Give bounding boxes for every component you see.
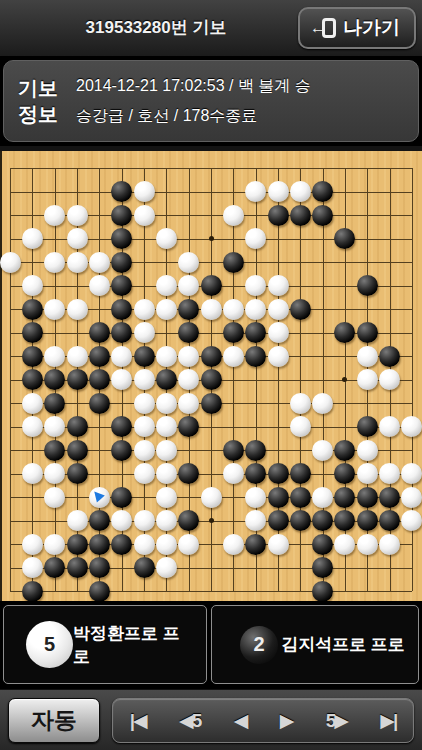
game-info-section: 기보 정보 2014-12-21 17:02:53 / 백 불계 승 승강급 /… [0, 56, 422, 146]
black-stone [44, 557, 65, 578]
white-stone [111, 369, 132, 390]
black-stone [22, 346, 43, 367]
black-stone [379, 346, 400, 367]
auto-play-button[interactable]: 자동 [8, 698, 100, 743]
black-player-panel: 2 김지석프로 프로 [211, 605, 419, 684]
white-stone [245, 181, 266, 202]
white-stone [134, 463, 155, 484]
white-stone [0, 252, 21, 273]
black-stone [201, 393, 222, 414]
black-stone [44, 440, 65, 461]
black-stone [201, 369, 222, 390]
control-bar: 자동 |◀ ◀5 ◀ ▶ 5▶ ▶| [0, 689, 422, 750]
white-stone [178, 369, 199, 390]
black-stone [312, 510, 333, 531]
white-stone [357, 346, 378, 367]
white-stone [22, 557, 43, 578]
white-stone [178, 534, 199, 555]
game-info-label: 기보 정보 [18, 75, 58, 127]
black-stone [357, 510, 378, 531]
black-stone [334, 322, 355, 343]
white-stone [111, 510, 132, 531]
nav-back5-button[interactable]: ◀5 [179, 709, 200, 732]
game-info-text: 2014-12-21 17:02:53 / 백 불계 승 승강급 / 호선 / … [76, 71, 311, 130]
white-stone [379, 416, 400, 437]
black-stone [290, 487, 311, 508]
white-stone [156, 487, 177, 508]
white-stone [379, 369, 400, 390]
game-rule-line: 승강급 / 호선 / 178수종료 [76, 101, 311, 131]
white-stone [268, 299, 289, 320]
black-stone [22, 299, 43, 320]
white-stone [44, 252, 65, 273]
black-stone [67, 463, 88, 484]
exit-door-arrow-icon: ← [314, 18, 336, 38]
white-stone [156, 393, 177, 414]
white-player-panel: 5 박정환프로 프로 [3, 605, 207, 684]
white-stone [44, 487, 65, 508]
white-stone [134, 440, 155, 461]
black-stone [357, 487, 378, 508]
white-stone [44, 346, 65, 367]
exit-button-label: 나가기 [343, 15, 400, 41]
star-point [342, 377, 347, 382]
white-stone [134, 510, 155, 531]
white-stone [379, 463, 400, 484]
black-stone [245, 463, 266, 484]
black-stone [111, 440, 132, 461]
white-stone [178, 252, 199, 273]
black-stone [178, 416, 199, 437]
black-stone [334, 510, 355, 531]
black-stone [22, 581, 43, 602]
white-stone [357, 534, 378, 555]
black-stone [22, 369, 43, 390]
black-stone [312, 557, 333, 578]
black-stone [201, 275, 222, 296]
nav-first-button[interactable]: |◀ [130, 709, 146, 732]
star-point [209, 518, 214, 523]
white-stone [22, 416, 43, 437]
white-stone [178, 346, 199, 367]
black-stone [111, 181, 132, 202]
black-stone [89, 581, 110, 602]
white-stone [223, 534, 244, 555]
white-stone [268, 275, 289, 296]
white-stone [111, 346, 132, 367]
black-stone [334, 463, 355, 484]
black-stone [111, 228, 132, 249]
white-stone [134, 393, 155, 414]
black-stone [290, 510, 311, 531]
black-stone [312, 534, 333, 555]
nav-forward-button[interactable]: ▶ [280, 709, 293, 732]
white-stone [67, 346, 88, 367]
black-stone [201, 346, 222, 367]
white-stone [223, 299, 244, 320]
white-stone [44, 299, 65, 320]
white-stone [245, 275, 266, 296]
black-stone-badge: 2 [240, 626, 278, 664]
white-stone [44, 463, 65, 484]
black-stone [89, 534, 110, 555]
black-stone [268, 510, 289, 531]
game-result-line: 2014-12-21 17:02:53 / 백 불계 승 [76, 71, 311, 101]
white-stone [22, 393, 43, 414]
player-bar: 5 박정환프로 프로 2 김지석프로 프로 [0, 601, 422, 689]
white-stone [67, 299, 88, 320]
white-stone [89, 252, 110, 273]
kifu-replay-app: { "game": "Go (Baduk) 19x19 game-record … [0, 0, 422, 750]
black-stone [111, 534, 132, 555]
white-stone [245, 299, 266, 320]
exit-button[interactable]: ← 나가기 [298, 7, 416, 49]
black-stone [245, 440, 266, 461]
white-stone [201, 487, 222, 508]
white-stone [134, 322, 155, 343]
white-stone [22, 463, 43, 484]
top-bar: 319533280번 기보 ← 나가기 [0, 0, 422, 58]
black-stone [357, 416, 378, 437]
white-stone [357, 369, 378, 390]
black-player-name: 김지석프로 프로 [281, 633, 415, 656]
black-stone [134, 557, 155, 578]
black-stone [357, 275, 378, 296]
white-stone [245, 510, 266, 531]
black-stone [357, 322, 378, 343]
white-stone [223, 463, 244, 484]
white-stone-badge: 5 [26, 621, 73, 668]
white-stone [156, 346, 177, 367]
white-stone [268, 346, 289, 367]
white-stone [357, 463, 378, 484]
white-stone [401, 487, 422, 508]
black-stone [111, 299, 132, 320]
go-board[interactable] [0, 146, 422, 601]
white-stone [22, 228, 43, 249]
grid-line-v [233, 168, 234, 591]
white-stone [156, 440, 177, 461]
page-title: 319533280번 기보 [0, 0, 312, 56]
star-point [209, 236, 214, 241]
white-stone [89, 275, 110, 296]
black-stone [178, 299, 199, 320]
white-stone [134, 416, 155, 437]
white-stone [223, 205, 244, 226]
white-stone [22, 534, 43, 555]
black-stone [223, 440, 244, 461]
white-stone [178, 393, 199, 414]
white-stone [22, 275, 43, 296]
black-stone [89, 346, 110, 367]
white-stone [290, 181, 311, 202]
black-stone [89, 369, 110, 390]
black-stone [290, 463, 311, 484]
black-stone [111, 275, 132, 296]
white-stone [134, 299, 155, 320]
white-stone [268, 322, 289, 343]
black-stone [44, 393, 65, 414]
black-stone [245, 322, 266, 343]
black-stone [223, 322, 244, 343]
black-stone [312, 181, 333, 202]
white-stone [156, 534, 177, 555]
white-stone [312, 487, 333, 508]
white-stone [134, 534, 155, 555]
white-stone [156, 463, 177, 484]
black-stone [223, 252, 244, 273]
black-stone [312, 581, 333, 602]
black-stone [44, 369, 65, 390]
black-stone [268, 487, 289, 508]
black-stone [379, 487, 400, 508]
white-stone [67, 228, 88, 249]
black-stone [268, 205, 289, 226]
white-player-name: 박정환프로 프로 [73, 622, 206, 668]
black-stone [67, 369, 88, 390]
black-stone [111, 252, 132, 273]
game-info-panel: 기보 정보 2014-12-21 17:02:53 / 백 불계 승 승강급 /… [3, 60, 419, 142]
black-stone [379, 510, 400, 531]
black-stone [111, 487, 132, 508]
black-stone [89, 322, 110, 343]
black-stone [290, 205, 311, 226]
black-stone [89, 393, 110, 414]
white-stone [268, 181, 289, 202]
black-stone [334, 440, 355, 461]
black-stone [334, 228, 355, 249]
nav-cluster: |◀ ◀5 ◀ ▶ 5▶ ▶| [112, 698, 414, 743]
white-stone [201, 299, 222, 320]
black-stone [245, 346, 266, 367]
black-stone [178, 322, 199, 343]
white-stone [223, 346, 244, 367]
white-stone [156, 416, 177, 437]
white-stone [67, 252, 88, 273]
white-stone [401, 510, 422, 531]
white-stone [44, 205, 65, 226]
black-stone [111, 416, 132, 437]
white-stone [156, 228, 177, 249]
black-stone [178, 463, 199, 484]
grid-line-h [10, 591, 412, 592]
white-stone [156, 275, 177, 296]
white-stone [290, 393, 311, 414]
white-stone [156, 557, 177, 578]
white-stone [134, 205, 155, 226]
black-stone [245, 534, 266, 555]
white-stone [44, 416, 65, 437]
white-stone [134, 369, 155, 390]
black-stone [89, 557, 110, 578]
nav-last-button[interactable]: ▶| [380, 709, 396, 732]
white-stone [178, 275, 199, 296]
white-stone [67, 510, 88, 531]
white-stone [67, 205, 88, 226]
black-stone [334, 487, 355, 508]
black-stone [89, 510, 110, 531]
nav-forward5-button[interactable]: 5▶ [326, 709, 347, 732]
white-stone [334, 534, 355, 555]
white-stone [401, 416, 422, 437]
black-stone [67, 534, 88, 555]
white-stone [401, 463, 422, 484]
white-stone [44, 534, 65, 555]
white-stone [134, 181, 155, 202]
black-stone [290, 299, 311, 320]
black-stone [178, 510, 199, 531]
white-stone [379, 534, 400, 555]
white-stone [156, 510, 177, 531]
black-stone [22, 322, 43, 343]
black-stone [67, 416, 88, 437]
black-stone [134, 346, 155, 367]
black-stone [67, 440, 88, 461]
nav-back-button[interactable]: ◀ [234, 709, 247, 732]
white-stone [268, 534, 289, 555]
black-stone [67, 557, 88, 578]
white-stone [245, 487, 266, 508]
black-stone [156, 369, 177, 390]
white-stone [312, 393, 333, 414]
white-stone [245, 228, 266, 249]
black-stone [111, 322, 132, 343]
white-stone [357, 440, 378, 461]
black-stone [312, 205, 333, 226]
white-stone [290, 416, 311, 437]
white-stone [312, 440, 333, 461]
black-stone [268, 463, 289, 484]
white-stone [156, 299, 177, 320]
black-stone [111, 205, 132, 226]
